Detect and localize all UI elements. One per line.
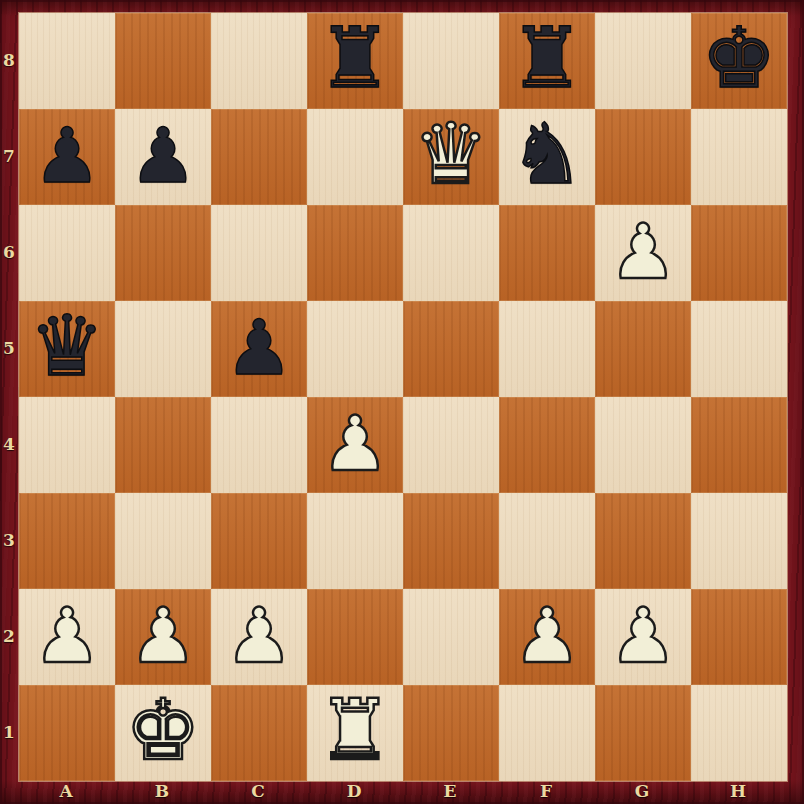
square-a6[interactable] (19, 205, 115, 301)
square-f2[interactable]: ♟ (499, 589, 595, 685)
square-c8[interactable] (211, 13, 307, 109)
square-g3[interactable] (595, 493, 691, 589)
piece-black-rook[interactable]: ♜ (509, 16, 584, 100)
square-e6[interactable] (403, 205, 499, 301)
square-c3[interactable] (211, 493, 307, 589)
piece-black-rook[interactable]: ♜ (317, 16, 392, 100)
piece-black-pawn[interactable]: ♟ (225, 310, 293, 386)
square-h1[interactable] (691, 685, 787, 781)
file-label-a: A (18, 780, 114, 804)
square-g4[interactable] (595, 397, 691, 493)
square-a5[interactable]: ♛ (19, 301, 115, 397)
square-e3[interactable] (403, 493, 499, 589)
square-f4[interactable] (499, 397, 595, 493)
piece-white-pawn[interactable]: ♟ (225, 598, 293, 674)
chess-board: ♜♜♚♟♟♛♞♟♛♟♟♟♟♟♟♟♚♜ (18, 12, 788, 782)
square-f6[interactable] (499, 205, 595, 301)
rank-label-6: 6 (0, 244, 18, 261)
square-e5[interactable] (403, 301, 499, 397)
square-g2[interactable]: ♟ (595, 589, 691, 685)
square-c7[interactable] (211, 109, 307, 205)
square-g6[interactable]: ♟ (595, 205, 691, 301)
square-b7[interactable]: ♟ (115, 109, 211, 205)
file-label-e: E (402, 780, 498, 804)
rank-label-7: 7 (0, 148, 18, 165)
square-g5[interactable] (595, 301, 691, 397)
piece-white-queen[interactable]: ♛ (413, 112, 488, 196)
square-h6[interactable] (691, 205, 787, 301)
piece-black-pawn[interactable]: ♟ (33, 118, 101, 194)
square-c5[interactable]: ♟ (211, 301, 307, 397)
square-d8[interactable]: ♜ (307, 13, 403, 109)
square-c2[interactable]: ♟ (211, 589, 307, 685)
square-f1[interactable] (499, 685, 595, 781)
square-c6[interactable] (211, 205, 307, 301)
square-h3[interactable] (691, 493, 787, 589)
square-f7[interactable]: ♞ (499, 109, 595, 205)
chessboard-screenshot: ♜♜♚♟♟♛♞♟♛♟♟♟♟♟♟♟♚♜ 87654321 ABCDEFGH (0, 0, 804, 804)
square-b6[interactable] (115, 205, 211, 301)
square-d1[interactable]: ♜ (307, 685, 403, 781)
file-label-b: B (114, 780, 210, 804)
square-b3[interactable] (115, 493, 211, 589)
square-h2[interactable] (691, 589, 787, 685)
square-b8[interactable] (115, 13, 211, 109)
square-b1[interactable]: ♚ (115, 685, 211, 781)
piece-black-pawn[interactable]: ♟ (129, 118, 197, 194)
square-a1[interactable] (19, 685, 115, 781)
piece-white-pawn[interactable]: ♟ (321, 406, 389, 482)
rank-label-8: 8 (0, 52, 18, 69)
file-label-f: F (498, 780, 594, 804)
file-label-c: C (210, 780, 306, 804)
square-e8[interactable] (403, 13, 499, 109)
square-a2[interactable]: ♟ (19, 589, 115, 685)
square-h4[interactable] (691, 397, 787, 493)
square-h7[interactable] (691, 109, 787, 205)
square-d7[interactable] (307, 109, 403, 205)
square-b4[interactable] (115, 397, 211, 493)
square-a7[interactable]: ♟ (19, 109, 115, 205)
rank-label-1: 1 (0, 724, 18, 741)
square-d5[interactable] (307, 301, 403, 397)
square-e2[interactable] (403, 589, 499, 685)
piece-white-pawn[interactable]: ♟ (129, 598, 197, 674)
square-e7[interactable]: ♛ (403, 109, 499, 205)
square-f3[interactable] (499, 493, 595, 589)
square-a8[interactable] (19, 13, 115, 109)
square-h8[interactable]: ♚ (691, 13, 787, 109)
square-d2[interactable] (307, 589, 403, 685)
square-g1[interactable] (595, 685, 691, 781)
rank-label-4: 4 (0, 436, 18, 453)
square-c4[interactable] (211, 397, 307, 493)
piece-white-rook[interactable]: ♜ (317, 688, 392, 772)
piece-white-king[interactable]: ♚ (125, 688, 200, 772)
square-b2[interactable]: ♟ (115, 589, 211, 685)
square-f5[interactable] (499, 301, 595, 397)
square-g8[interactable] (595, 13, 691, 109)
square-d4[interactable]: ♟ (307, 397, 403, 493)
file-label-g: G (594, 780, 690, 804)
square-b5[interactable] (115, 301, 211, 397)
rank-label-3: 3 (0, 532, 18, 549)
square-h5[interactable] (691, 301, 787, 397)
rank-label-2: 2 (0, 628, 18, 645)
file-label-h: H (690, 780, 786, 804)
square-e1[interactable] (403, 685, 499, 781)
rank-label-5: 5 (0, 340, 18, 357)
square-d6[interactable] (307, 205, 403, 301)
square-f8[interactable]: ♜ (499, 13, 595, 109)
piece-white-pawn[interactable]: ♟ (609, 598, 677, 674)
piece-black-king[interactable]: ♚ (701, 16, 776, 100)
square-a4[interactable] (19, 397, 115, 493)
piece-black-queen[interactable]: ♛ (29, 304, 104, 388)
square-e4[interactable] (403, 397, 499, 493)
file-label-d: D (306, 780, 402, 804)
piece-white-pawn[interactable]: ♟ (609, 214, 677, 290)
piece-black-knight[interactable]: ♞ (509, 112, 584, 196)
piece-white-pawn[interactable]: ♟ (33, 598, 101, 674)
square-g7[interactable] (595, 109, 691, 205)
square-a3[interactable] (19, 493, 115, 589)
piece-white-pawn[interactable]: ♟ (513, 598, 581, 674)
square-c1[interactable] (211, 685, 307, 781)
square-d3[interactable] (307, 493, 403, 589)
